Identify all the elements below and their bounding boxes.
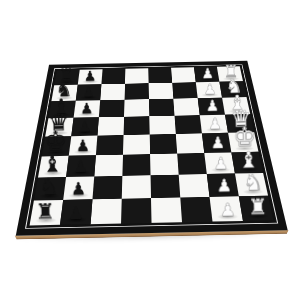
square: ♟ — [196, 82, 222, 98]
white-knight: ♞ — [242, 171, 263, 194]
square — [151, 175, 181, 198]
black-bishop: ♝ — [42, 152, 63, 175]
board-grid: ♜♟♟♜♞♟♟♞♝♟♟♝♛♟♟♛♚♟♟♚♝♟♟♝♞♟♟♞♜♟♟♜ — [30, 66, 274, 225]
square: ♟ — [200, 115, 228, 134]
square: ♟ — [198, 98, 225, 116]
black-pawn: ♟ — [75, 138, 89, 154]
square: ♞ — [235, 173, 268, 196]
white-pawn: ♟ — [216, 177, 232, 194]
square — [149, 83, 174, 99]
square — [172, 82, 198, 98]
square: ♜ — [30, 200, 64, 225]
square: ♟ — [69, 136, 98, 156]
square — [125, 68, 149, 83]
square — [175, 115, 202, 134]
square: ♞ — [34, 177, 66, 201]
square: ♜ — [239, 196, 274, 221]
white-pawn: ♟ — [201, 67, 214, 81]
black-pawn: ♟ — [67, 204, 83, 222]
white-pawn: ♟ — [219, 201, 235, 219]
white-pawn: ♟ — [213, 155, 228, 172]
square: ♟ — [63, 176, 94, 199]
square — [150, 134, 178, 154]
black-pawn: ♟ — [70, 180, 86, 197]
perspective-scene: ♜♟♟♜♞♟♟♞♝♟♟♝♛♟♟♛♚♟♟♚♝♟♟♝♞♟♟♞♜♟♟♜ — [0, 0, 300, 300]
black-pawn: ♟ — [80, 101, 93, 116]
chessboard-photo: ♜♟♟♜♞♟♟♞♝♟♟♝♛♟♟♛♚♟♟♚♝♟♟♝♞♟♟♞♜♟♟♜ — [0, 0, 300, 300]
square — [151, 197, 182, 222]
square: ♟ — [207, 173, 239, 196]
white-pawn: ♟ — [210, 135, 224, 151]
white-pawn: ♟ — [205, 98, 218, 113]
square — [149, 99, 175, 117]
black-rook: ♜ — [35, 201, 55, 223]
square — [177, 153, 207, 175]
square — [122, 154, 150, 176]
chessboard: ♜♟♟♜♞♟♟♞♝♟♟♝♛♟♟♛♚♟♟♚♝♟♟♝♞♟♟♞♜♟♟♜ — [16, 61, 288, 236]
square — [96, 135, 124, 155]
square — [91, 199, 122, 224]
square — [150, 154, 179, 176]
square: ♟ — [210, 196, 243, 221]
square — [97, 117, 124, 136]
square — [92, 176, 122, 199]
square: ♟ — [60, 199, 92, 224]
square — [100, 84, 125, 100]
square: ♟ — [66, 155, 96, 177]
square: ♟ — [74, 100, 101, 118]
black-pawn: ♟ — [83, 69, 96, 83]
square — [180, 197, 212, 222]
board-pinstripe-frame: ♜♟♟♜♞♟♟♞♝♟♟♝♛♟♟♛♚♟♟♚♝♟♟♝♞♟♟♞♜♟♟♜ — [25, 64, 278, 228]
square — [122, 175, 151, 198]
square — [123, 134, 150, 154]
square: ♟ — [76, 84, 102, 100]
square — [179, 174, 210, 197]
square — [173, 98, 199, 116]
square — [148, 68, 172, 83]
black-pawn: ♟ — [73, 158, 88, 175]
black-pawn: ♟ — [82, 85, 95, 99]
square — [176, 133, 204, 153]
board-tilt-wrapper: ♜♟♟♜♞♟♟♞♝♟♟♝♛♟♟♛♚♟♟♚♝♟♟♝♞♟♟♞♜♟♟♜ — [0, 0, 300, 300]
white-rook: ♜ — [248, 196, 268, 218]
square — [124, 99, 149, 117]
white-pawn: ♟ — [203, 82, 216, 96]
square — [149, 116, 176, 135]
square — [99, 100, 125, 118]
square — [94, 155, 123, 177]
square: ♟ — [202, 133, 231, 153]
white-pawn: ♟ — [208, 116, 222, 131]
square: ♟ — [204, 152, 235, 174]
square — [121, 198, 151, 223]
black-pawn: ♟ — [77, 119, 91, 134]
square — [101, 69, 125, 84]
square — [171, 67, 196, 82]
square — [125, 83, 149, 99]
black-knight: ♞ — [38, 175, 59, 198]
square: ♟ — [71, 117, 99, 136]
white-bishop: ♝ — [238, 148, 259, 171]
square — [124, 116, 150, 135]
